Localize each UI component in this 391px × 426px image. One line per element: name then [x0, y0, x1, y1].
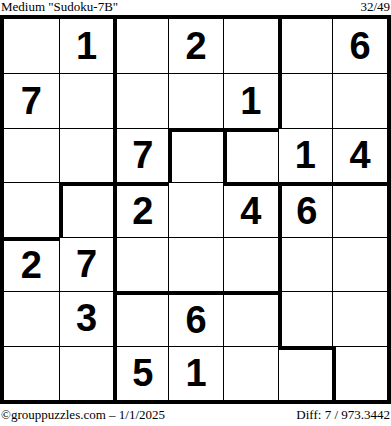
cell-r5c1-given[interactable]: 2	[4, 237, 59, 291]
cell-r4c1-empty[interactable]	[4, 182, 59, 236]
cell-r1c2-given[interactable]: 1	[59, 19, 114, 73]
cell-r7c4-given[interactable]: 1	[168, 346, 223, 400]
cell-r6c1-empty[interactable]	[4, 291, 59, 345]
cell-r3c5-empty[interactable]	[223, 128, 278, 182]
cell-r2c4-empty[interactable]	[168, 73, 223, 127]
cell-r3c4-empty[interactable]	[168, 128, 223, 182]
cell-r3c6-given[interactable]: 1	[278, 128, 333, 182]
cell-r3c2-empty[interactable]	[59, 128, 114, 182]
cell-r2c6-empty[interactable]	[278, 73, 333, 127]
header: Medium "Sudoku-7B" 32/49	[0, 0, 391, 15]
cell-r5c7-empty[interactable]	[332, 237, 387, 291]
cell-r1c6-empty[interactable]	[278, 19, 333, 73]
cell-r5c3-empty[interactable]	[113, 237, 168, 291]
cell-r1c5-empty[interactable]	[223, 19, 278, 73]
cell-r7c2-empty[interactable]	[59, 346, 114, 400]
cell-r6c7-empty[interactable]	[332, 291, 387, 345]
cell-r3c3-given[interactable]: 7	[113, 128, 168, 182]
cell-r5c4-empty[interactable]	[168, 237, 223, 291]
cell-r1c4-given[interactable]: 2	[168, 19, 223, 73]
cell-r2c7-empty[interactable]	[332, 73, 387, 127]
cell-r7c1-empty[interactable]	[4, 346, 59, 400]
cell-r6c6-empty[interactable]	[278, 291, 333, 345]
difficulty-rating: Diff: 7 / 973.3442	[296, 407, 390, 422]
copyright-date: ©grouppuzzles.com – 1/1/2025	[1, 407, 165, 422]
cell-r2c3-empty[interactable]	[113, 73, 168, 127]
cell-r4c3-given[interactable]: 2	[113, 182, 168, 236]
cell-r1c7-given[interactable]: 6	[332, 19, 387, 73]
footer: ©grouppuzzles.com – 1/1/2025 Diff: 7 / 9…	[0, 404, 391, 426]
cell-r1c3-empty[interactable]	[113, 19, 168, 73]
cell-r7c3-given[interactable]: 5	[113, 346, 168, 400]
puzzle-grid: 12671714246273651	[0, 15, 391, 404]
cell-r1c1-empty[interactable]	[4, 19, 59, 73]
puzzle-title: Medium "Sudoku-7B"	[1, 0, 118, 14]
cell-r2c1-given[interactable]: 7	[4, 73, 59, 127]
cell-r4c2-empty[interactable]	[59, 182, 114, 236]
cell-r3c1-empty[interactable]	[4, 128, 59, 182]
cell-r5c6-empty[interactable]	[278, 237, 333, 291]
cell-r6c5-empty[interactable]	[223, 291, 278, 345]
cell-r5c5-empty[interactable]	[223, 237, 278, 291]
cell-r6c2-given[interactable]: 3	[59, 291, 114, 345]
cell-r3c7-given[interactable]: 4	[332, 128, 387, 182]
cell-r2c5-given[interactable]: 1	[223, 73, 278, 127]
cell-r4c6-given[interactable]: 6	[278, 182, 333, 236]
cell-r4c5-given[interactable]: 4	[223, 182, 278, 236]
cell-r4c7-empty[interactable]	[332, 182, 387, 236]
cells-remaining-counter: 32/49	[360, 0, 390, 14]
cell-r4c4-empty[interactable]	[168, 182, 223, 236]
cell-r7c6-empty[interactable]	[278, 346, 333, 400]
cell-r2c2-empty[interactable]	[59, 73, 114, 127]
cell-r6c3-empty[interactable]	[113, 291, 168, 345]
cell-r5c2-given[interactable]: 7	[59, 237, 114, 291]
cell-r7c7-empty[interactable]	[332, 346, 387, 400]
cell-r7c5-empty[interactable]	[223, 346, 278, 400]
cell-r6c4-given[interactable]: 6	[168, 291, 223, 345]
